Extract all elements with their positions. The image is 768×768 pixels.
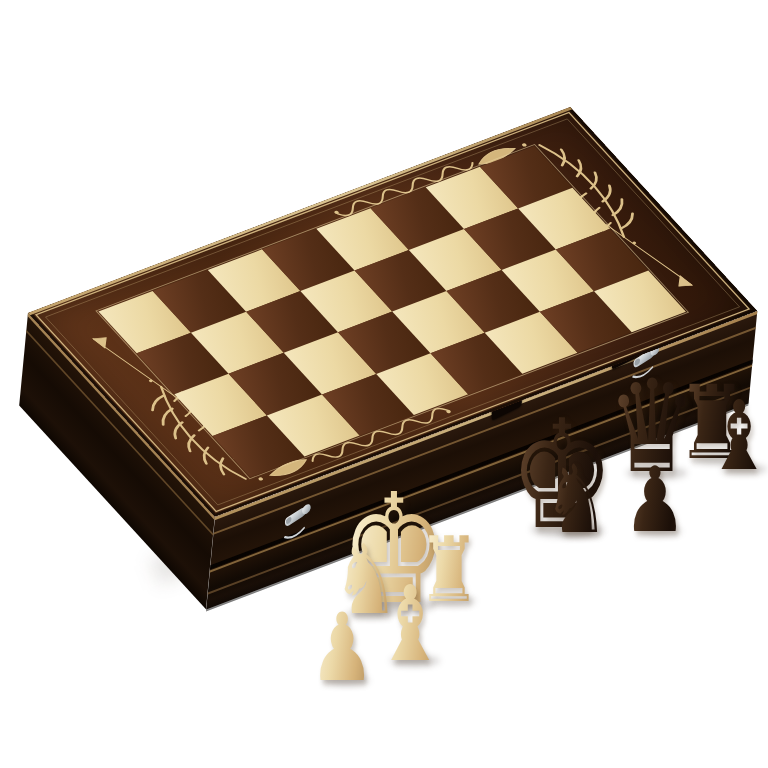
white-pawn-piece: ♟	[309, 601, 375, 695]
metal-clasp-icon	[280, 496, 321, 548]
black-bishop-piece: ♝	[705, 388, 768, 484]
white-bishop-piece: ♝	[374, 572, 447, 676]
black-pawn-piece: ♟	[624, 455, 687, 545]
chess-set-photo: ♛♜♝♚♞♟♚♜♞♝♟	[0, 0, 768, 768]
black-knight-piece: ♞	[543, 453, 609, 547]
